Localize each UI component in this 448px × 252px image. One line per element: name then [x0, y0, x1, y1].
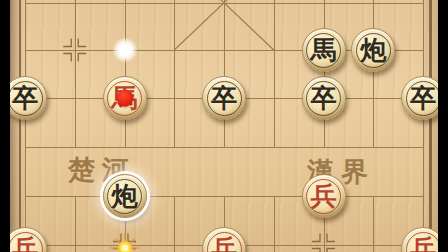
piece-black-pawn[interactable]: 卒 [302, 76, 346, 120]
piece-glyph: 卒 [10, 77, 46, 119]
board-border-left [19, 0, 21, 252]
piece-black-cannon[interactable]: 炮 [103, 174, 147, 218]
grid-line [324, 0, 325, 147]
grid-line [174, 0, 175, 147]
grid-line [75, 196, 76, 252]
piece-glyph: 兵 [203, 228, 245, 252]
sparkle-icon [108, 231, 142, 252]
sparkle-highlight[interactable] [108, 231, 142, 252]
move-destination-dot[interactable] [112, 37, 138, 63]
piece-glyph: 炮 [352, 29, 394, 71]
grid-line [373, 196, 374, 252]
point-marker [63, 39, 71, 47]
letterbox-bar-right [438, 0, 448, 252]
board-border-right [429, 0, 432, 252]
piece-glyph: 兵 [402, 228, 438, 252]
point-marker [327, 249, 335, 252]
piece-red-pawn[interactable]: 兵 [401, 227, 438, 252]
piece-black-cannon[interactable]: 炮 [351, 28, 395, 72]
piece-glyph: 馬 [303, 29, 345, 71]
piece-glyph: 兵 [10, 228, 46, 252]
grid-line [274, 196, 275, 252]
point-marker [63, 54, 71, 62]
piece-black-pawn[interactable]: 卒 [202, 76, 246, 120]
grid-line [174, 196, 175, 252]
point-marker [327, 234, 335, 242]
piece-red-pawn[interactable]: 兵 [10, 227, 47, 252]
grid-line [25, 0, 26, 252]
piece-red-pawn[interactable]: 兵 [302, 174, 346, 218]
piece-glyph: 卒 [303, 77, 345, 119]
grid-line [75, 0, 76, 147]
capture-dot [116, 90, 133, 107]
grid-line [373, 0, 374, 147]
point-marker [78, 39, 86, 47]
piece-red-horse[interactable]: 馬 [103, 76, 147, 120]
piece-glyph: 炮 [104, 175, 146, 217]
letterbox-bar-left [0, 0, 10, 252]
piece-glyph: 卒 [203, 77, 245, 119]
piece-black-horse[interactable]: 馬 [302, 28, 346, 72]
grid-line [423, 0, 424, 252]
grid-line [125, 0, 126, 147]
point-marker [312, 234, 320, 242]
piece-black-pawn[interactable]: 卒 [401, 76, 438, 120]
grid-line [274, 0, 275, 147]
point-marker [312, 249, 320, 252]
piece-glyph: 卒 [402, 77, 438, 119]
piece-red-pawn[interactable]: 兵 [202, 227, 246, 252]
grid-line [25, 147, 423, 148]
point-marker [78, 54, 86, 62]
grid-line [224, 0, 225, 147]
piece-black-pawn[interactable]: 卒 [10, 76, 47, 120]
xiangqi-board[interactable]: 楚河 漢界 卒馬卒卒卒馬炮炮兵兵兵兵 [10, 0, 438, 252]
piece-glyph: 兵 [303, 175, 345, 217]
